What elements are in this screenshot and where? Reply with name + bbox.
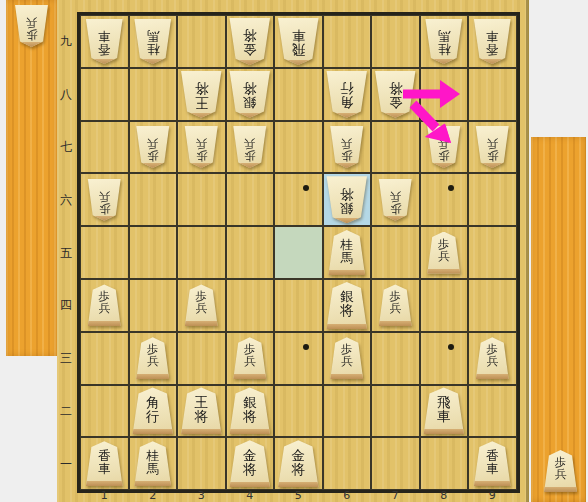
piece-pawn-sente[interactable]: 歩兵 (378, 179, 413, 221)
square-6-2[interactable] (323, 385, 372, 438)
square-6-9[interactable] (323, 15, 372, 68)
piece-kanji: 角 (146, 395, 160, 409)
square-4-3[interactable]: 歩兵 (226, 332, 275, 385)
piece-pawn-gote[interactable]: 歩兵 (475, 337, 510, 379)
piece-kanji: 車 (437, 409, 451, 423)
piece-bishop-gote[interactable]: 角行 (131, 387, 174, 434)
piece-silver-sente[interactable]: 銀将 (228, 71, 271, 118)
square-1-8[interactable] (80, 68, 129, 121)
captured-stand-sente (6, 0, 57, 356)
square-5-3[interactable] (274, 332, 323, 385)
piece-kanji: 将 (292, 462, 306, 476)
rank-label-9: 九 (56, 33, 76, 50)
piece-kanji: 兵 (147, 137, 159, 149)
piece-kanji: 金 (292, 448, 306, 462)
square-8-3[interactable] (420, 332, 469, 385)
star-point (448, 344, 454, 350)
piece-kanji: 車 (486, 462, 499, 475)
piece-gold-sente[interactable]: 金将 (228, 18, 271, 65)
square-7-6[interactable]: 歩兵 (371, 173, 420, 226)
piece-kanji: 桂 (147, 43, 160, 56)
piece-kanji: 兵 (244, 137, 256, 149)
piece-kanji: 桂 (438, 43, 451, 56)
square-4-7[interactable]: 歩兵 (226, 121, 275, 174)
square-5-4[interactable] (274, 279, 323, 332)
hand-piece-pawn-sente[interactable]: 歩兵 (14, 5, 49, 47)
piece-pawn-sente[interactable]: 歩兵 (329, 126, 364, 168)
square-2-7[interactable]: 歩兵 (129, 121, 178, 174)
square-7-7[interactable] (371, 121, 420, 174)
piece-kanji: 兵 (487, 137, 499, 149)
square-2-2[interactable]: 角行 (129, 385, 178, 438)
square-6-3[interactable]: 歩兵 (323, 332, 372, 385)
piece-kanji: 兵 (99, 303, 111, 315)
piece-knight-gote[interactable]: 桂馬 (327, 230, 366, 275)
square-7-2[interactable] (371, 385, 420, 438)
rank-label-5: 五 (56, 245, 76, 262)
square-5-1[interactable]: 金将 (274, 437, 323, 490)
piece-kanji: 兵 (390, 303, 402, 315)
piece-silver-sente[interactable]: 銀将 (325, 176, 368, 223)
star-point (303, 344, 309, 350)
square-8-1[interactable] (420, 437, 469, 490)
piece-knight-gote[interactable]: 桂馬 (133, 441, 172, 486)
square-5-8[interactable] (274, 68, 323, 121)
square-6-6[interactable]: 銀将 (323, 173, 372, 226)
square-8-9[interactable]: 桂馬 (420, 15, 469, 68)
square-1-5[interactable] (80, 226, 129, 279)
piece-lance-sente[interactable]: 香車 (85, 19, 124, 64)
square-9-3[interactable]: 歩兵 (468, 332, 517, 385)
square-9-4[interactable] (468, 279, 517, 332)
piece-kanji: 将 (340, 188, 354, 202)
file-label-5: 5 (288, 489, 308, 502)
piece-knight-sente[interactable]: 桂馬 (133, 19, 172, 64)
piece-lance-gote[interactable]: 香車 (85, 441, 124, 486)
piece-kanji: 将 (243, 409, 257, 423)
square-4-9[interactable]: 金将 (226, 15, 275, 68)
square-6-4[interactable]: 銀将 (323, 279, 372, 332)
piece-kanji: 桂 (147, 449, 160, 462)
piece-pawn-gote[interactable]: 歩兵 (184, 284, 219, 326)
square-1-2[interactable] (80, 385, 129, 438)
file-label-1: 1 (94, 489, 114, 502)
piece-kanji: 金 (389, 96, 403, 110)
piece-kanji: 兵 (390, 190, 402, 202)
piece-kanji: 馬 (341, 251, 354, 264)
square-3-4[interactable]: 歩兵 (177, 279, 226, 332)
square-8-7[interactable]: 歩兵 (420, 121, 469, 174)
file-label-6: 6 (337, 489, 357, 502)
piece-kanji: 兵 (438, 137, 450, 149)
square-9-1[interactable]: 香車 (468, 437, 517, 490)
star-point (303, 185, 309, 191)
piece-kanji: 兵 (341, 356, 353, 368)
square-9-9[interactable]: 香車 (468, 15, 517, 68)
square-6-1[interactable] (323, 437, 372, 490)
piece-gold-gote[interactable]: 金将 (228, 440, 271, 487)
piece-pawn-sente[interactable]: 歩兵 (232, 126, 267, 168)
square-9-5[interactable] (468, 226, 517, 279)
piece-king-sente[interactable]: 王将 (180, 71, 223, 118)
piece-pawn-sente[interactable]: 歩兵 (87, 179, 122, 221)
piece-kanji: 兵 (555, 469, 567, 481)
square-9-8[interactable] (468, 68, 517, 121)
piece-kanji: 兵 (196, 303, 208, 315)
piece-lance-sente[interactable]: 香車 (473, 19, 512, 64)
square-7-8[interactable]: 金将 (371, 68, 420, 121)
rank-label-2: 二 (56, 403, 76, 420)
piece-kanji: 車 (98, 30, 111, 43)
square-5-2[interactable] (274, 385, 323, 438)
piece-pawn-gote[interactable]: 歩兵 (135, 337, 170, 379)
square-7-3[interactable] (371, 332, 420, 385)
piece-kanji: 行 (340, 82, 354, 96)
piece-kanji: 銀 (340, 202, 354, 216)
piece-pawn-sente[interactable]: 歩兵 (426, 126, 461, 168)
square-4-1[interactable]: 金将 (226, 437, 275, 490)
square-1-6[interactable]: 歩兵 (80, 173, 129, 226)
rank-label-3: 三 (56, 350, 76, 367)
piece-kanji: 将 (243, 82, 257, 96)
piece-pawn-sente[interactable]: 歩兵 (475, 126, 510, 168)
square-8-4[interactable] (420, 279, 469, 332)
piece-kanji: 馬 (438, 30, 451, 43)
piece-kanji: 兵 (438, 251, 450, 263)
shogi-board-grid: 香車桂馬金将飛車桂馬香車王将銀将角行金将歩兵歩兵歩兵歩兵歩兵歩兵歩兵銀将歩兵桂馬… (77, 12, 520, 493)
square-8-8[interactable] (420, 68, 469, 121)
file-label-3: 3 (191, 489, 211, 502)
piece-kanji: 馬 (147, 30, 160, 43)
square-5-6[interactable] (274, 173, 323, 226)
square-6-5[interactable]: 桂馬 (323, 226, 372, 279)
square-3-3[interactable] (177, 332, 226, 385)
piece-lance-gote[interactable]: 香車 (473, 441, 512, 486)
piece-kanji: 兵 (99, 190, 111, 202)
square-4-5[interactable] (226, 226, 275, 279)
piece-kanji: 馬 (147, 462, 160, 475)
square-5-7[interactable] (274, 121, 323, 174)
piece-silver-gote[interactable]: 銀将 (325, 282, 368, 329)
piece-kanji: 兵 (244, 356, 256, 368)
square-6-8[interactable]: 角行 (323, 68, 372, 121)
piece-pawn-gote[interactable]: 歩兵 (426, 232, 461, 274)
square-9-7[interactable]: 歩兵 (468, 121, 517, 174)
piece-gold-sente[interactable]: 金将 (374, 71, 417, 118)
rank-label-7: 七 (56, 139, 76, 156)
rank-label-6: 六 (56, 192, 76, 209)
piece-pawn-gote[interactable]: 歩兵 (329, 337, 364, 379)
piece-rook-sente[interactable]: 飛車 (277, 18, 320, 65)
piece-kanji: 金 (243, 448, 257, 462)
piece-kanji: 兵 (487, 356, 499, 368)
file-label-7: 7 (385, 489, 405, 502)
square-1-3[interactable] (80, 332, 129, 385)
captured-stand-gote (531, 137, 586, 502)
piece-pawn-sente[interactable]: 歩兵 (184, 126, 219, 168)
piece-rook-gote[interactable]: 飛車 (422, 387, 465, 434)
piece-kanji: 香 (486, 43, 499, 56)
square-4-8[interactable]: 銀将 (226, 68, 275, 121)
square-4-2[interactable]: 銀将 (226, 385, 275, 438)
piece-kanji: 香 (486, 449, 499, 462)
square-3-9[interactable] (177, 15, 226, 68)
piece-kanji: 銀 (243, 395, 257, 409)
square-2-3[interactable]: 歩兵 (129, 332, 178, 385)
shogi-app: 香車桂馬金将飛車桂馬香車王将銀将角行金将歩兵歩兵歩兵歩兵歩兵歩兵歩兵銀将歩兵桂馬… (0, 0, 588, 502)
piece-gold-gote[interactable]: 金将 (277, 440, 320, 487)
square-8-2[interactable]: 飛車 (420, 385, 469, 438)
square-3-1[interactable] (177, 437, 226, 490)
piece-silver-gote[interactable]: 銀将 (228, 387, 271, 434)
piece-kanji: 兵 (147, 356, 159, 368)
square-9-2[interactable] (468, 385, 517, 438)
square-8-6[interactable] (420, 173, 469, 226)
piece-kanji: 将 (389, 82, 403, 96)
piece-kanji: 兵 (196, 137, 208, 149)
square-1-4[interactable]: 歩兵 (80, 279, 129, 332)
piece-kanji: 桂 (341, 238, 354, 251)
piece-kanji: 将 (195, 409, 209, 423)
piece-kanji: 車 (98, 462, 111, 475)
square-2-5[interactable] (129, 226, 178, 279)
piece-kanji: 銀 (243, 96, 257, 110)
square-1-1[interactable]: 香車 (80, 437, 129, 490)
square-2-8[interactable] (129, 68, 178, 121)
piece-kanji: 車 (486, 30, 499, 43)
file-label-2: 2 (143, 489, 163, 502)
square-1-9[interactable]: 香車 (80, 15, 129, 68)
piece-kanji: 兵 (341, 137, 353, 149)
piece-kanji: 飛 (437, 395, 451, 409)
square-7-5[interactable] (371, 226, 420, 279)
square-3-8[interactable]: 王将 (177, 68, 226, 121)
piece-kanji: 角 (340, 96, 354, 110)
piece-kanji: 行 (146, 409, 160, 423)
square-1-7[interactable] (80, 121, 129, 174)
piece-kanji: 王 (195, 96, 209, 110)
piece-kanji: 将 (243, 29, 257, 43)
hand-piece-pawn-gote[interactable]: 歩兵 (543, 450, 578, 492)
piece-pawn-sente[interactable]: 歩兵 (135, 126, 170, 168)
square-3-7[interactable]: 歩兵 (177, 121, 226, 174)
piece-king-gote[interactable]: 王将 (180, 387, 223, 434)
square-2-4[interactable] (129, 279, 178, 332)
file-label-8: 8 (434, 489, 454, 502)
square-6-7[interactable]: 歩兵 (323, 121, 372, 174)
piece-pawn-gote[interactable]: 歩兵 (87, 284, 122, 326)
rank-label-4: 四 (56, 297, 76, 314)
square-5-5[interactable] (274, 226, 323, 279)
piece-pawn-gote[interactable]: 歩兵 (378, 284, 413, 326)
piece-kanji: 香 (98, 449, 111, 462)
square-3-2[interactable]: 王将 (177, 385, 226, 438)
rank-label-1: 一 (56, 456, 76, 473)
piece-kanji: 車 (292, 29, 306, 43)
square-2-6[interactable] (129, 173, 178, 226)
square-8-5[interactable]: 歩兵 (420, 226, 469, 279)
piece-kanji: 金 (243, 43, 257, 57)
file-label-4: 4 (240, 489, 260, 502)
square-7-4[interactable]: 歩兵 (371, 279, 420, 332)
piece-kanji: 飛 (292, 43, 306, 57)
file-label-9: 9 (482, 489, 502, 502)
square-7-9[interactable] (371, 15, 420, 68)
square-2-9[interactable]: 桂馬 (129, 15, 178, 68)
piece-pawn-gote[interactable]: 歩兵 (232, 337, 267, 379)
piece-kanji: 将 (195, 82, 209, 96)
piece-kanji: 将 (243, 462, 257, 476)
piece-kanji: 銀 (340, 289, 354, 303)
square-2-1[interactable]: 桂馬 (129, 437, 178, 490)
square-4-4[interactable] (226, 279, 275, 332)
square-3-5[interactable] (177, 226, 226, 279)
square-7-1[interactable] (371, 437, 420, 490)
piece-kanji: 将 (340, 303, 354, 317)
square-9-6[interactable] (468, 173, 517, 226)
piece-knight-sente[interactable]: 桂馬 (424, 19, 463, 64)
square-4-6[interactable] (226, 173, 275, 226)
piece-kanji: 香 (98, 43, 111, 56)
rank-label-8: 八 (56, 86, 76, 103)
piece-bishop-sente[interactable]: 角行 (325, 71, 368, 118)
square-3-6[interactable] (177, 173, 226, 226)
piece-kanji: 王 (195, 395, 209, 409)
piece-kanji: 兵 (26, 16, 38, 28)
square-5-9[interactable]: 飛車 (274, 15, 323, 68)
